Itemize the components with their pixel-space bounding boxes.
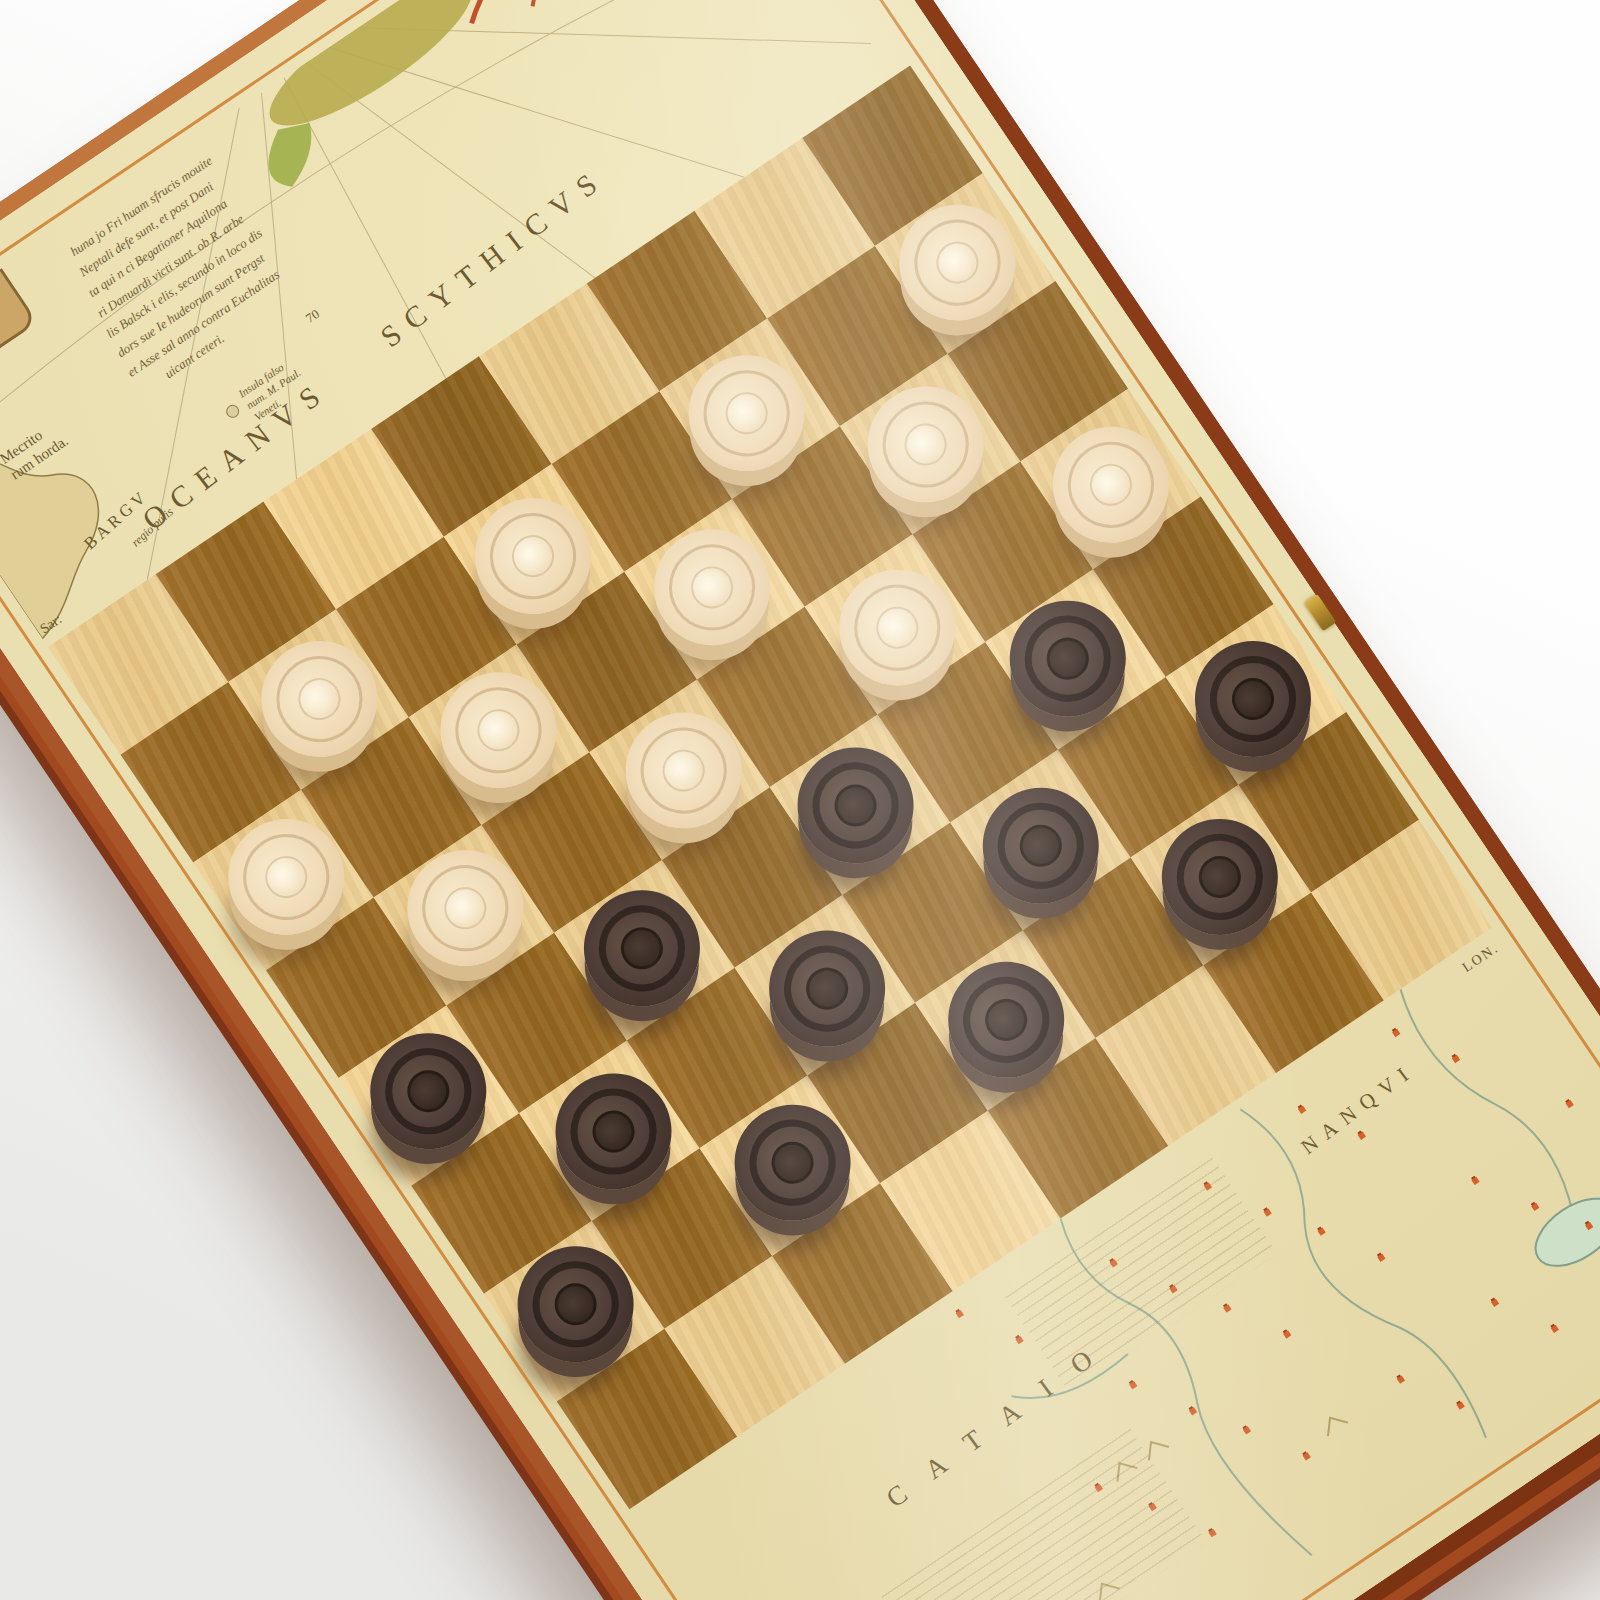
- dark-piece[interactable]: [747, 908, 908, 1069]
- studio-background: huna jo Fri huam sfrucis mouite Neptali …: [0, 0, 1600, 1600]
- dark-piece[interactable]: [775, 725, 936, 886]
- dark-piece[interactable]: [712, 1082, 873, 1243]
- dark-piece[interactable]: [495, 1224, 656, 1385]
- light-piece[interactable]: [817, 547, 978, 708]
- dark-piece[interactable]: [561, 868, 722, 1029]
- light-piece[interactable]: [453, 476, 614, 637]
- light-piece[interactable]: [418, 650, 579, 811]
- light-piece[interactable]: [632, 507, 793, 668]
- game-board: huna jo Fri huam sfrucis mouite Neptali …: [0, 0, 1600, 1600]
- light-piece[interactable]: [239, 619, 400, 780]
- board-face: huna jo Fri huam sfrucis mouite Neptali …: [0, 0, 1600, 1600]
- light-piece[interactable]: [603, 690, 764, 851]
- dark-piece[interactable]: [987, 578, 1148, 739]
- light-piece[interactable]: [1030, 404, 1191, 565]
- dark-piece[interactable]: [926, 939, 1087, 1100]
- dark-piece[interactable]: [1139, 796, 1300, 957]
- light-piece[interactable]: [385, 828, 546, 989]
- dark-piece[interactable]: [960, 765, 1121, 926]
- light-piece[interactable]: [666, 333, 827, 494]
- hinge-icon: [1304, 594, 1336, 631]
- cartouche: [0, 251, 36, 434]
- light-piece[interactable]: [845, 364, 1006, 525]
- light-piece[interactable]: [206, 796, 367, 957]
- light-piece[interactable]: [877, 182, 1038, 343]
- dark-piece[interactable]: [1172, 618, 1333, 779]
- dark-piece[interactable]: [533, 1051, 694, 1212]
- dark-piece[interactable]: [348, 1011, 509, 1172]
